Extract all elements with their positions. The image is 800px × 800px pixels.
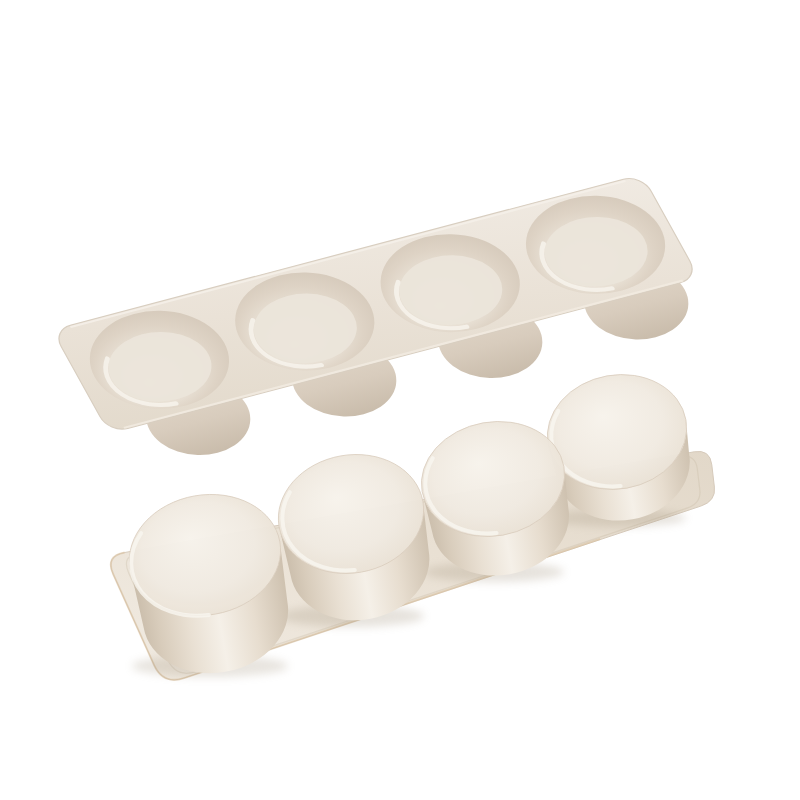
product-photo-stage bbox=[0, 0, 800, 800]
silicone-mold-product-photo bbox=[0, 0, 800, 800]
dome-1 bbox=[120, 483, 301, 685]
